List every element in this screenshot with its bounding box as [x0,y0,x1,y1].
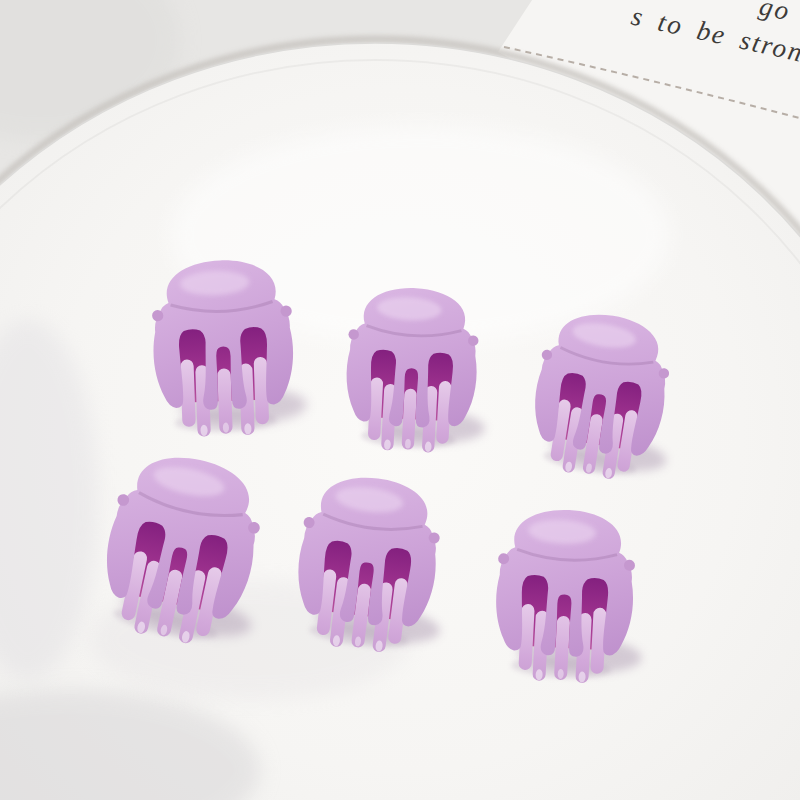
photo-stage: go s to be strong a [0,0,800,800]
scene-photo: go s to be strong a [0,0,800,800]
